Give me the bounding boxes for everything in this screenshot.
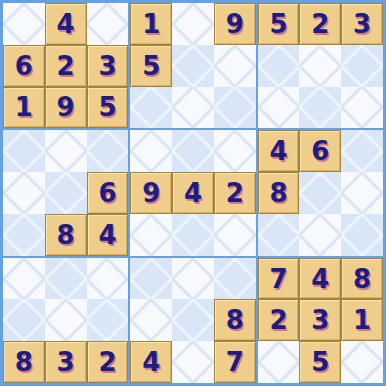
cell-r9c2[interactable]: 3	[45, 341, 87, 383]
diamond-pattern	[3, 299, 45, 341]
cell-r1c4[interactable]: 1	[130, 3, 172, 45]
cell-r3c8[interactable]	[299, 87, 341, 129]
cell-r8c6[interactable]: 8	[214, 299, 256, 341]
diamond-pattern	[214, 87, 256, 129]
cell-r7c8[interactable]: 4	[299, 258, 341, 300]
diamond-pattern	[3, 130, 45, 172]
cell-r7c3[interactable]	[87, 258, 129, 300]
cell-r7c1[interactable]	[3, 258, 45, 300]
diamond-pattern	[172, 341, 214, 383]
sudoku-boxes-grid: 4623195 195 523 684 942 468 832 847 7482…	[3, 3, 383, 383]
cell-r5c9[interactable]	[341, 172, 383, 214]
cell-r8c9[interactable]: 1	[341, 299, 383, 341]
diamond-pattern	[172, 299, 214, 341]
cell-digit: 8	[226, 307, 244, 333]
cell-r9c6[interactable]: 7	[214, 341, 256, 383]
diamond-pattern	[3, 214, 45, 256]
diamond-pattern	[45, 258, 87, 300]
cell-r8c4[interactable]	[130, 299, 172, 341]
cell-digit: 8	[57, 222, 75, 248]
diamond-pattern	[341, 214, 383, 256]
cell-r1c1[interactable]	[3, 3, 45, 45]
cell-r1c8[interactable]: 2	[299, 3, 341, 45]
cell-r2c6[interactable]	[214, 45, 256, 87]
diamond-pattern	[341, 45, 383, 87]
diamond-pattern	[172, 130, 214, 172]
diamond-pattern	[258, 341, 300, 383]
cell-digit: 3	[98, 53, 116, 79]
cell-r3c9[interactable]	[341, 87, 383, 129]
diamond-pattern	[299, 214, 341, 256]
diamond-pattern	[87, 299, 129, 341]
cell-digit: 2	[311, 11, 329, 37]
cell-r2c9[interactable]	[341, 45, 383, 87]
cell-digit: 4	[184, 180, 202, 206]
cell-r4c5[interactable]	[172, 130, 214, 172]
cell-digit: 6	[311, 138, 329, 164]
diamond-pattern	[172, 87, 214, 129]
diamond-pattern	[3, 258, 45, 300]
cell-r4c4[interactable]	[130, 130, 172, 172]
cell-r5c6[interactable]: 2	[214, 172, 256, 214]
cell-r2c8[interactable]	[299, 45, 341, 87]
cell-r1c9[interactable]: 3	[341, 3, 383, 45]
diamond-pattern	[172, 3, 214, 45]
cell-r9c7[interactable]	[258, 341, 300, 383]
cell-digit: 2	[226, 180, 244, 206]
cell-digit: 1	[353, 307, 371, 333]
cell-digit: 8	[353, 266, 371, 292]
cell-r6c7[interactable]	[258, 214, 300, 256]
cell-r1c7[interactable]: 5	[258, 3, 300, 45]
diamond-pattern	[3, 3, 45, 45]
diamond-pattern	[130, 214, 172, 256]
diamond-pattern	[130, 258, 172, 300]
diamond-pattern	[341, 341, 383, 383]
diamond-pattern	[45, 172, 87, 214]
diamond-pattern	[45, 299, 87, 341]
cell-r6c9[interactable]	[341, 214, 383, 256]
cell-r7c7[interactable]: 7	[258, 258, 300, 300]
cell-digit: 8	[15, 349, 33, 375]
box-7: 832	[3, 258, 128, 383]
cell-r6c3[interactable]: 4	[87, 214, 129, 256]
cell-digit: 4	[142, 349, 160, 375]
diamond-pattern	[341, 87, 383, 129]
diamond-pattern	[341, 130, 383, 172]
cell-r6c4[interactable]	[130, 214, 172, 256]
diamond-pattern	[214, 130, 256, 172]
cell-r3c5[interactable]	[172, 87, 214, 129]
cell-digit: 7	[270, 266, 288, 292]
cell-r4c2[interactable]	[45, 130, 87, 172]
cell-r5c5[interactable]: 4	[172, 172, 214, 214]
cell-r4c8[interactable]: 6	[299, 130, 341, 172]
cell-r6c8[interactable]	[299, 214, 341, 256]
diamond-pattern	[87, 258, 129, 300]
diamond-pattern	[214, 258, 256, 300]
box-6: 468	[258, 130, 383, 255]
cell-r6c2[interactable]: 8	[45, 214, 87, 256]
cell-r2c4[interactable]: 5	[130, 45, 172, 87]
box-3: 523	[258, 3, 383, 128]
cell-r4c6[interactable]	[214, 130, 256, 172]
cell-r5c7[interactable]: 8	[258, 172, 300, 214]
diamond-pattern	[299, 87, 341, 129]
cell-r3c1[interactable]: 1	[3, 87, 45, 129]
cell-digit: 1	[15, 94, 33, 120]
cell-r5c1[interactable]	[3, 172, 45, 214]
cell-r8c2[interactable]	[45, 299, 87, 341]
box-4: 684	[3, 130, 128, 255]
cell-r6c6[interactable]	[214, 214, 256, 256]
cell-digit: 5	[142, 53, 160, 79]
box-1: 4623195	[3, 3, 128, 128]
box-5: 942	[130, 130, 255, 255]
cell-r5c4[interactable]: 9	[130, 172, 172, 214]
cell-digit: 2	[270, 307, 288, 333]
cell-r3c6[interactable]	[214, 87, 256, 129]
cell-r4c9[interactable]	[341, 130, 383, 172]
diamond-pattern	[130, 299, 172, 341]
diamond-pattern	[299, 45, 341, 87]
cell-digit: 9	[142, 180, 160, 206]
cell-digit: 2	[98, 349, 116, 375]
cell-digit: 5	[270, 11, 288, 37]
cell-digit: 4	[311, 266, 329, 292]
diamond-pattern	[45, 130, 87, 172]
diamond-pattern	[258, 214, 300, 256]
cell-digit: 2	[57, 53, 75, 79]
cell-r1c5[interactable]	[172, 3, 214, 45]
diamond-pattern	[130, 130, 172, 172]
diamond-pattern	[214, 45, 256, 87]
cell-r7c9[interactable]: 8	[341, 258, 383, 300]
cell-r8c1[interactable]	[3, 299, 45, 341]
cell-r5c8[interactable]	[299, 172, 341, 214]
cell-r9c8[interactable]: 5	[299, 341, 341, 383]
cell-r1c3[interactable]	[87, 3, 129, 45]
cell-r6c1[interactable]	[3, 214, 45, 256]
cell-r9c9[interactable]	[341, 341, 383, 383]
cell-digit: 4	[270, 138, 288, 164]
cell-r9c1[interactable]: 8	[3, 341, 45, 383]
cell-digit: 8	[270, 180, 288, 206]
cell-r8c3[interactable]	[87, 299, 129, 341]
diamond-pattern	[130, 87, 172, 129]
diamond-pattern	[87, 130, 129, 172]
cell-r8c7[interactable]: 2	[258, 299, 300, 341]
diamond-pattern	[258, 45, 300, 87]
cell-digit: 9	[226, 11, 244, 37]
cell-r6c5[interactable]	[172, 214, 214, 256]
cell-r1c6[interactable]: 9	[214, 3, 256, 45]
cell-r8c8[interactable]: 3	[299, 299, 341, 341]
cell-r1c2[interactable]: 4	[45, 3, 87, 45]
cell-r2c7[interactable]	[258, 45, 300, 87]
diamond-pattern	[341, 172, 383, 214]
cell-r4c1[interactable]	[3, 130, 45, 172]
cell-r3c7[interactable]	[258, 87, 300, 129]
diamond-pattern	[172, 45, 214, 87]
cell-digit: 6	[15, 53, 33, 79]
diamond-pattern	[172, 214, 214, 256]
cell-r2c3[interactable]: 3	[87, 45, 129, 87]
cell-r7c2[interactable]	[45, 258, 87, 300]
cell-r4c3[interactable]	[87, 130, 129, 172]
diamond-pattern	[299, 172, 341, 214]
cell-digit: 5	[98, 94, 116, 120]
cell-r5c2[interactable]	[45, 172, 87, 214]
cell-r5c3[interactable]: 6	[87, 172, 129, 214]
cell-digit: 3	[353, 11, 371, 37]
diamond-pattern	[258, 87, 300, 129]
cell-r2c5[interactable]	[172, 45, 214, 87]
box-9: 7482315	[258, 258, 383, 383]
cell-digit: 7	[226, 349, 244, 375]
cell-r2c1[interactable]: 6	[3, 45, 45, 87]
cell-r3c2[interactable]: 9	[45, 87, 87, 129]
cell-r3c3[interactable]: 5	[87, 87, 129, 129]
diamond-pattern	[172, 258, 214, 300]
cell-digit: 4	[98, 222, 116, 248]
cell-digit: 1	[142, 11, 160, 37]
box-8: 847	[130, 258, 255, 383]
cell-r9c5[interactable]	[172, 341, 214, 383]
cell-r7c4[interactable]	[130, 258, 172, 300]
cell-r2c2[interactable]: 2	[45, 45, 87, 87]
cell-digit: 4	[57, 11, 75, 37]
cell-r3c4[interactable]	[130, 87, 172, 129]
cell-r7c5[interactable]	[172, 258, 214, 300]
diamond-pattern	[214, 214, 256, 256]
cell-r4c7[interactable]: 4	[258, 130, 300, 172]
cell-digit: 3	[311, 307, 329, 333]
box-2: 195	[130, 3, 255, 128]
cell-r9c3[interactable]: 2	[87, 341, 129, 383]
cell-r8c5[interactable]	[172, 299, 214, 341]
sudoku-board: 4623195 195 523 684 942 468 832 847 7482…	[0, 0, 386, 386]
diamond-pattern	[87, 3, 129, 45]
diamond-pattern	[3, 172, 45, 214]
cell-r9c4[interactable]: 4	[130, 341, 172, 383]
cell-digit: 9	[57, 94, 75, 120]
cell-r7c6[interactable]	[214, 258, 256, 300]
cell-digit: 6	[98, 180, 116, 206]
cell-digit: 3	[57, 349, 75, 375]
cell-digit: 5	[311, 349, 329, 375]
